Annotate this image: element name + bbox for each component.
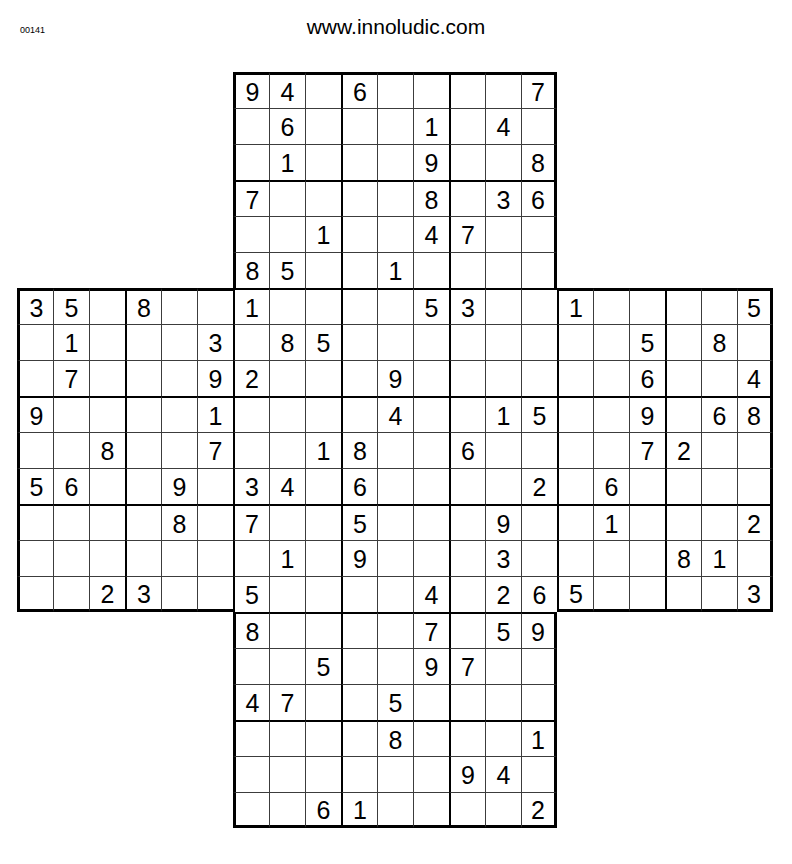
cell-r9c9-empty bbox=[305, 360, 341, 396]
cell-r6c15-empty bbox=[521, 252, 557, 288]
cell-r8c21-empty bbox=[737, 324, 773, 360]
cell-r21c13-empty bbox=[449, 792, 485, 828]
cell-r9c11-given: 9 bbox=[377, 360, 413, 396]
cell-r4c8-empty bbox=[269, 180, 305, 216]
cell-r7c15-empty bbox=[521, 288, 557, 324]
cell-r3c7-empty bbox=[233, 144, 269, 180]
cell-r7c21-given: 5 bbox=[737, 288, 773, 324]
cell-r14c6-empty bbox=[197, 540, 233, 576]
cell-r12c4-empty bbox=[125, 468, 161, 504]
cell-r21c8-empty bbox=[269, 792, 305, 828]
cell-r8c16-empty bbox=[557, 324, 593, 360]
cell-r20c14-given: 4 bbox=[485, 756, 521, 792]
cell-r18c14-empty bbox=[485, 684, 521, 720]
cell-r10c2-empty bbox=[53, 396, 89, 432]
cell-r16c14-given: 5 bbox=[485, 612, 521, 648]
cell-r5c8-empty bbox=[269, 216, 305, 252]
cell-r9c6-given: 9 bbox=[197, 360, 233, 396]
cell-r12c16-empty bbox=[557, 468, 593, 504]
cell-r10c16-empty bbox=[557, 396, 593, 432]
cell-r11c17-empty bbox=[593, 432, 629, 468]
cell-r8c12-empty bbox=[413, 324, 449, 360]
cell-r21c9-given: 6 bbox=[305, 792, 341, 828]
cell-r12c17-given: 6 bbox=[593, 468, 629, 504]
cell-r10c10-empty bbox=[341, 396, 377, 432]
cell-r10c13-empty bbox=[449, 396, 485, 432]
cell-r15c3-given: 2 bbox=[89, 576, 125, 612]
cell-r10c21-given: 8 bbox=[737, 396, 773, 432]
cell-r6c11-given: 1 bbox=[377, 252, 413, 288]
cell-r7c11-empty bbox=[377, 288, 413, 324]
cell-r20c8-empty bbox=[269, 756, 305, 792]
cell-r1c15-given: 7 bbox=[521, 72, 557, 108]
cell-r6c10-empty bbox=[341, 252, 377, 288]
cell-r10c14-given: 1 bbox=[485, 396, 521, 432]
cell-r8c18-given: 5 bbox=[629, 324, 665, 360]
sudoku-board: 9467614198783614785135815315138558792964… bbox=[17, 72, 773, 828]
cell-r7c10-empty bbox=[341, 288, 377, 324]
cell-r13c3-empty bbox=[89, 504, 125, 540]
cell-r9c5-empty bbox=[161, 360, 197, 396]
cell-r7c2-given: 5 bbox=[53, 288, 89, 324]
cell-r12c21-empty bbox=[737, 468, 773, 504]
cell-r15c2-empty bbox=[53, 576, 89, 612]
cell-r15c17-empty bbox=[593, 576, 629, 612]
cell-r19c8-empty bbox=[269, 720, 305, 756]
cell-r15c20-empty bbox=[701, 576, 737, 612]
cell-r15c18-empty bbox=[629, 576, 665, 612]
cell-r13c13-empty bbox=[449, 504, 485, 540]
cell-r13c12-empty bbox=[413, 504, 449, 540]
cell-r5c10-empty bbox=[341, 216, 377, 252]
cell-r7c8-empty bbox=[269, 288, 305, 324]
cell-r8c1-empty bbox=[17, 324, 53, 360]
cell-r1c12-empty bbox=[413, 72, 449, 108]
cell-r9c20-empty bbox=[701, 360, 737, 396]
cell-r17c12-given: 9 bbox=[413, 648, 449, 684]
cell-r6c12-empty bbox=[413, 252, 449, 288]
cell-r16c7-given: 8 bbox=[233, 612, 269, 648]
cell-r5c14-empty bbox=[485, 216, 521, 252]
cell-r13c4-empty bbox=[125, 504, 161, 540]
cell-r15c12-given: 4 bbox=[413, 576, 449, 612]
cell-r14c1-empty bbox=[17, 540, 53, 576]
cell-r13c7-given: 7 bbox=[233, 504, 269, 540]
cell-r18c9-empty bbox=[305, 684, 341, 720]
cell-r7c6-empty bbox=[197, 288, 233, 324]
cell-r15c13-empty bbox=[449, 576, 485, 612]
cell-r9c4-empty bbox=[125, 360, 161, 396]
cell-r2c13-empty bbox=[449, 108, 485, 144]
cell-r12c12-empty bbox=[413, 468, 449, 504]
cell-r12c9-empty bbox=[305, 468, 341, 504]
cell-r10c9-empty bbox=[305, 396, 341, 432]
cell-r15c14-given: 2 bbox=[485, 576, 521, 612]
cell-r11c13-given: 6 bbox=[449, 432, 485, 468]
cell-r21c10-given: 1 bbox=[341, 792, 377, 828]
cell-r11c14-empty bbox=[485, 432, 521, 468]
cell-r6c14-empty bbox=[485, 252, 521, 288]
cell-r21c7-empty bbox=[233, 792, 269, 828]
cell-r12c13-empty bbox=[449, 468, 485, 504]
cell-r7c16-given: 1 bbox=[557, 288, 593, 324]
cell-r12c18-empty bbox=[629, 468, 665, 504]
cell-r3c12-given: 9 bbox=[413, 144, 449, 180]
cell-r12c19-empty bbox=[665, 468, 701, 504]
cell-r11c5-empty bbox=[161, 432, 197, 468]
cell-r8c19-empty bbox=[665, 324, 701, 360]
cell-r8c14-empty bbox=[485, 324, 521, 360]
cell-r14c4-empty bbox=[125, 540, 161, 576]
cell-r13c14-given: 9 bbox=[485, 504, 521, 540]
cell-r17c7-empty bbox=[233, 648, 269, 684]
cell-r13c19-empty bbox=[665, 504, 701, 540]
cell-r1c8-given: 4 bbox=[269, 72, 305, 108]
cell-r4c10-empty bbox=[341, 180, 377, 216]
cell-r10c12-empty bbox=[413, 396, 449, 432]
cell-r14c2-empty bbox=[53, 540, 89, 576]
cell-r14c20-given: 1 bbox=[701, 540, 737, 576]
cell-r6c7-given: 8 bbox=[233, 252, 269, 288]
cell-r4c11-empty bbox=[377, 180, 413, 216]
cell-r16c10-empty bbox=[341, 612, 377, 648]
cell-r2c15-empty bbox=[521, 108, 557, 144]
cell-r16c9-empty bbox=[305, 612, 341, 648]
cell-r15c5-empty bbox=[161, 576, 197, 612]
cell-r11c12-empty bbox=[413, 432, 449, 468]
cell-r12c6-empty bbox=[197, 468, 233, 504]
cell-r20c7-empty bbox=[233, 756, 269, 792]
cell-r15c15-given: 6 bbox=[521, 576, 557, 612]
cell-r15c10-empty bbox=[341, 576, 377, 612]
cell-r14c12-empty bbox=[413, 540, 449, 576]
cell-r12c15-given: 2 bbox=[521, 468, 557, 504]
cell-r12c10-given: 6 bbox=[341, 468, 377, 504]
cell-r9c21-given: 4 bbox=[737, 360, 773, 396]
cell-r14c10-given: 9 bbox=[341, 540, 377, 576]
cell-r15c11-empty bbox=[377, 576, 413, 612]
cell-r17c14-empty bbox=[485, 648, 521, 684]
cell-r9c16-empty bbox=[557, 360, 593, 396]
cell-r19c14-empty bbox=[485, 720, 521, 756]
cell-r14c5-empty bbox=[161, 540, 197, 576]
cell-r13c6-empty bbox=[197, 504, 233, 540]
cell-r1c14-empty bbox=[485, 72, 521, 108]
cell-r18c10-empty bbox=[341, 684, 377, 720]
cell-r15c16-given: 5 bbox=[557, 576, 593, 612]
cell-r19c12-empty bbox=[413, 720, 449, 756]
cell-r4c7-given: 7 bbox=[233, 180, 269, 216]
cell-r9c2-given: 7 bbox=[53, 360, 89, 396]
cell-r14c8-given: 1 bbox=[269, 540, 305, 576]
cell-r9c7-given: 2 bbox=[233, 360, 269, 396]
cell-r7c5-empty bbox=[161, 288, 197, 324]
cell-r20c15-empty bbox=[521, 756, 557, 792]
cell-r11c15-empty bbox=[521, 432, 557, 468]
cell-r8c5-empty bbox=[161, 324, 197, 360]
cell-r12c8-given: 4 bbox=[269, 468, 305, 504]
cell-r6c13-empty bbox=[449, 252, 485, 288]
cell-r10c6-given: 1 bbox=[197, 396, 233, 432]
cell-r14c7-empty bbox=[233, 540, 269, 576]
cell-r2c12-given: 1 bbox=[413, 108, 449, 144]
cell-r10c3-empty bbox=[89, 396, 125, 432]
cell-r14c14-given: 3 bbox=[485, 540, 521, 576]
cell-r17c8-empty bbox=[269, 648, 305, 684]
cell-r1c13-empty bbox=[449, 72, 485, 108]
cell-r12c14-empty bbox=[485, 468, 521, 504]
cell-r19c10-empty bbox=[341, 720, 377, 756]
cell-r7c3-empty bbox=[89, 288, 125, 324]
cell-r1c9-empty bbox=[305, 72, 341, 108]
cell-r6c9-empty bbox=[305, 252, 341, 288]
cell-r13c21-given: 2 bbox=[737, 504, 773, 540]
cell-r15c6-empty bbox=[197, 576, 233, 612]
cell-r4c13-empty bbox=[449, 180, 485, 216]
cell-r14c17-empty bbox=[593, 540, 629, 576]
cell-r2c9-empty bbox=[305, 108, 341, 144]
cell-r11c4-empty bbox=[125, 432, 161, 468]
cell-r3c8-given: 1 bbox=[269, 144, 305, 180]
cell-r15c7-given: 5 bbox=[233, 576, 269, 612]
cell-r2c14-given: 4 bbox=[485, 108, 521, 144]
cell-r18c15-empty bbox=[521, 684, 557, 720]
cell-r13c1-empty bbox=[17, 504, 53, 540]
cell-r11c11-empty bbox=[377, 432, 413, 468]
cell-r12c3-empty bbox=[89, 468, 125, 504]
cell-r4c9-empty bbox=[305, 180, 341, 216]
cell-r11c21-empty bbox=[737, 432, 773, 468]
cell-r4c12-given: 8 bbox=[413, 180, 449, 216]
cell-r11c10-given: 8 bbox=[341, 432, 377, 468]
page: 00141 www.innoludic.com 9467614198783614… bbox=[0, 0, 792, 864]
cell-r10c1-given: 9 bbox=[17, 396, 53, 432]
cell-r8c2-given: 1 bbox=[53, 324, 89, 360]
cell-r15c9-empty bbox=[305, 576, 341, 612]
cell-r21c14-empty bbox=[485, 792, 521, 828]
cell-r3c13-empty bbox=[449, 144, 485, 180]
cell-r5c15-empty bbox=[521, 216, 557, 252]
cell-r6c8-given: 5 bbox=[269, 252, 305, 288]
cell-r20c9-empty bbox=[305, 756, 341, 792]
cell-r1c10-given: 6 bbox=[341, 72, 377, 108]
cell-r12c20-empty bbox=[701, 468, 737, 504]
cell-r7c9-empty bbox=[305, 288, 341, 324]
cell-r9c19-empty bbox=[665, 360, 701, 396]
cell-r10c15-given: 5 bbox=[521, 396, 557, 432]
cell-r7c14-empty bbox=[485, 288, 521, 324]
cell-r4c15-given: 6 bbox=[521, 180, 557, 216]
cell-r10c17-empty bbox=[593, 396, 629, 432]
cell-r2c11-empty bbox=[377, 108, 413, 144]
cell-r20c13-given: 9 bbox=[449, 756, 485, 792]
cell-r17c15-empty bbox=[521, 648, 557, 684]
cell-r11c8-empty bbox=[269, 432, 305, 468]
cell-r12c7-given: 3 bbox=[233, 468, 269, 504]
cell-r17c13-given: 7 bbox=[449, 648, 485, 684]
cell-r13c17-given: 1 bbox=[593, 504, 629, 540]
cell-r7c1-given: 3 bbox=[17, 288, 53, 324]
cell-r13c2-empty bbox=[53, 504, 89, 540]
cell-r9c1-empty bbox=[17, 360, 53, 396]
cell-r15c21-given: 3 bbox=[737, 576, 773, 612]
cell-r18c11-given: 5 bbox=[377, 684, 413, 720]
cell-r11c19-given: 2 bbox=[665, 432, 701, 468]
cell-r19c11-given: 8 bbox=[377, 720, 413, 756]
cell-r11c1-empty bbox=[17, 432, 53, 468]
cell-r21c12-empty bbox=[413, 792, 449, 828]
cell-r11c2-empty bbox=[53, 432, 89, 468]
cell-r3c10-empty bbox=[341, 144, 377, 180]
cell-r12c11-empty bbox=[377, 468, 413, 504]
cell-r16c15-given: 9 bbox=[521, 612, 557, 648]
cell-r10c20-given: 6 bbox=[701, 396, 737, 432]
cell-r19c9-empty bbox=[305, 720, 341, 756]
cell-r7c7-given: 1 bbox=[233, 288, 269, 324]
cell-r3c11-empty bbox=[377, 144, 413, 180]
cell-r18c7-given: 4 bbox=[233, 684, 269, 720]
cell-r18c8-given: 7 bbox=[269, 684, 305, 720]
cell-r16c8-empty bbox=[269, 612, 305, 648]
cell-r13c8-empty bbox=[269, 504, 305, 540]
cell-r5c11-empty bbox=[377, 216, 413, 252]
cell-r12c2-given: 6 bbox=[53, 468, 89, 504]
cell-r10c7-empty bbox=[233, 396, 269, 432]
cell-r10c11-given: 4 bbox=[377, 396, 413, 432]
cell-r13c10-given: 5 bbox=[341, 504, 377, 540]
cell-r19c7-empty bbox=[233, 720, 269, 756]
cell-r5c7-empty bbox=[233, 216, 269, 252]
cell-r7c19-empty bbox=[665, 288, 701, 324]
cell-r9c12-empty bbox=[413, 360, 449, 396]
cell-r5c12-given: 4 bbox=[413, 216, 449, 252]
cell-r8c7-empty bbox=[233, 324, 269, 360]
cell-r9c3-empty bbox=[89, 360, 125, 396]
cell-r19c13-empty bbox=[449, 720, 485, 756]
cell-r3c9-empty bbox=[305, 144, 341, 180]
cell-r1c11-empty bbox=[377, 72, 413, 108]
cell-r13c20-empty bbox=[701, 504, 737, 540]
cell-r13c15-empty bbox=[521, 504, 557, 540]
cell-r18c13-empty bbox=[449, 684, 485, 720]
cell-r12c5-given: 9 bbox=[161, 468, 197, 504]
cell-r2c7-empty bbox=[233, 108, 269, 144]
cell-r2c10-empty bbox=[341, 108, 377, 144]
cell-r8c6-given: 3 bbox=[197, 324, 233, 360]
cell-r15c19-empty bbox=[665, 576, 701, 612]
cell-r8c8-given: 8 bbox=[269, 324, 305, 360]
cell-r1c7-given: 9 bbox=[233, 72, 269, 108]
cell-r20c12-empty bbox=[413, 756, 449, 792]
cell-r9c14-empty bbox=[485, 360, 521, 396]
cell-r20c10-empty bbox=[341, 756, 377, 792]
cell-r8c9-given: 5 bbox=[305, 324, 341, 360]
cell-r9c18-given: 6 bbox=[629, 360, 665, 396]
cell-r8c4-empty bbox=[125, 324, 161, 360]
cell-r3c14-empty bbox=[485, 144, 521, 180]
cell-r9c13-empty bbox=[449, 360, 485, 396]
cell-r20c11-empty bbox=[377, 756, 413, 792]
cell-r4c14-given: 3 bbox=[485, 180, 521, 216]
cell-r11c7-empty bbox=[233, 432, 269, 468]
site-title: www.innoludic.com bbox=[0, 15, 792, 39]
cell-r14c19-given: 8 bbox=[665, 540, 701, 576]
cell-r14c11-empty bbox=[377, 540, 413, 576]
cell-r8c20-given: 8 bbox=[701, 324, 737, 360]
cell-r9c8-empty bbox=[269, 360, 305, 396]
cell-r5c13-given: 7 bbox=[449, 216, 485, 252]
cell-r11c9-given: 1 bbox=[305, 432, 341, 468]
cell-r9c17-empty bbox=[593, 360, 629, 396]
cell-r14c21-empty bbox=[737, 540, 773, 576]
cell-r16c12-given: 7 bbox=[413, 612, 449, 648]
cell-r17c10-empty bbox=[341, 648, 377, 684]
cell-r10c8-empty bbox=[269, 396, 305, 432]
cell-r14c18-empty bbox=[629, 540, 665, 576]
cell-r10c4-empty bbox=[125, 396, 161, 432]
cell-r10c18-given: 9 bbox=[629, 396, 665, 432]
cell-r8c15-empty bbox=[521, 324, 557, 360]
cell-r7c18-empty bbox=[629, 288, 665, 324]
cell-r17c11-empty bbox=[377, 648, 413, 684]
cell-r2c8-given: 6 bbox=[269, 108, 305, 144]
cell-r9c15-empty bbox=[521, 360, 557, 396]
cell-r8c13-empty bbox=[449, 324, 485, 360]
cell-r8c11-empty bbox=[377, 324, 413, 360]
cell-r14c13-empty bbox=[449, 540, 485, 576]
cell-r17c9-given: 5 bbox=[305, 648, 341, 684]
cell-r5c9-given: 1 bbox=[305, 216, 341, 252]
cell-r7c13-given: 3 bbox=[449, 288, 485, 324]
cell-r10c19-empty bbox=[665, 396, 701, 432]
cell-r9c10-empty bbox=[341, 360, 377, 396]
cell-r14c15-empty bbox=[521, 540, 557, 576]
cell-r16c13-empty bbox=[449, 612, 485, 648]
cell-r14c3-empty bbox=[89, 540, 125, 576]
cell-r3c15-given: 8 bbox=[521, 144, 557, 180]
cell-r11c18-given: 7 bbox=[629, 432, 665, 468]
cell-r14c16-empty bbox=[557, 540, 593, 576]
cell-r16c11-empty bbox=[377, 612, 413, 648]
cell-r11c16-empty bbox=[557, 432, 593, 468]
cell-r13c11-empty bbox=[377, 504, 413, 540]
cell-r14c9-empty bbox=[305, 540, 341, 576]
cell-r12c1-given: 5 bbox=[17, 468, 53, 504]
cell-r7c17-empty bbox=[593, 288, 629, 324]
cell-r21c15-given: 2 bbox=[521, 792, 557, 828]
cell-r11c3-given: 8 bbox=[89, 432, 125, 468]
cell-r13c16-empty bbox=[557, 504, 593, 540]
cell-r7c4-given: 8 bbox=[125, 288, 161, 324]
cell-r10c5-empty bbox=[161, 396, 197, 432]
cell-r7c20-empty bbox=[701, 288, 737, 324]
cell-r13c9-empty bbox=[305, 504, 341, 540]
cell-r13c5-given: 8 bbox=[161, 504, 197, 540]
cell-r11c20-empty bbox=[701, 432, 737, 468]
cell-r19c15-given: 1 bbox=[521, 720, 557, 756]
cell-r15c1-empty bbox=[17, 576, 53, 612]
cell-r15c8-empty bbox=[269, 576, 305, 612]
cell-r8c10-empty bbox=[341, 324, 377, 360]
cell-r11c6-given: 7 bbox=[197, 432, 233, 468]
cell-r8c3-empty bbox=[89, 324, 125, 360]
cell-r8c17-empty bbox=[593, 324, 629, 360]
cell-r18c12-empty bbox=[413, 684, 449, 720]
cell-r13c18-empty bbox=[629, 504, 665, 540]
cell-r15c4-given: 3 bbox=[125, 576, 161, 612]
cell-r21c11-empty bbox=[377, 792, 413, 828]
cell-r7c12-given: 5 bbox=[413, 288, 449, 324]
